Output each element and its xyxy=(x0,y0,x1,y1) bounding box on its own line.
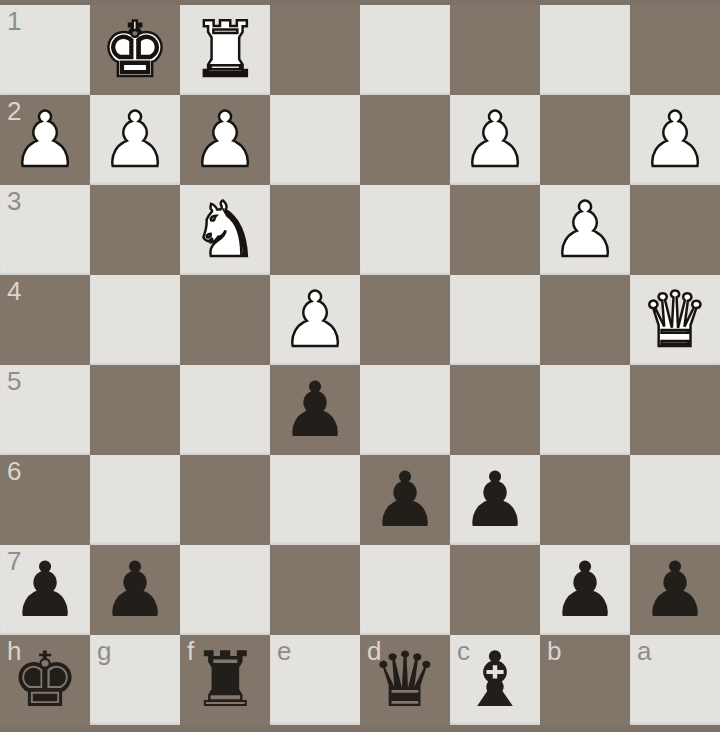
square-b1[interactable] xyxy=(540,5,630,95)
rank-label-3: 3 xyxy=(7,186,21,216)
square-f3[interactable]: ♞ xyxy=(180,185,270,275)
square-h8[interactable]: h♚ xyxy=(0,635,90,725)
square-e7[interactable] xyxy=(270,545,360,635)
piece-black-pawn-e5[interactable]: ♟ xyxy=(270,365,360,455)
piece-white-pawn-b3[interactable]: ♟ xyxy=(540,185,630,275)
square-b3[interactable]: ♟ xyxy=(540,185,630,275)
square-a7[interactable]: ♟ xyxy=(630,545,720,635)
square-h6[interactable]: 6 xyxy=(0,455,90,545)
square-a8[interactable]: a xyxy=(630,635,720,725)
rank-label-5: 5 xyxy=(7,366,21,396)
square-f1[interactable]: ♜ xyxy=(180,5,270,95)
piece-black-king-h8[interactable]: ♚ xyxy=(0,635,90,725)
square-b4[interactable] xyxy=(540,275,630,365)
square-d3[interactable] xyxy=(360,185,450,275)
square-b6[interactable] xyxy=(540,455,630,545)
rank-label-4: 4 xyxy=(7,276,21,306)
square-f7[interactable] xyxy=(180,545,270,635)
square-b2[interactable] xyxy=(540,95,630,185)
file-label-e: e xyxy=(277,636,291,666)
square-d7[interactable] xyxy=(360,545,450,635)
square-h7[interactable]: 7♟ xyxy=(0,545,90,635)
square-e6[interactable] xyxy=(270,455,360,545)
square-f2[interactable]: ♟ xyxy=(180,95,270,185)
square-g6[interactable] xyxy=(90,455,180,545)
square-g3[interactable] xyxy=(90,185,180,275)
square-c1[interactable] xyxy=(450,5,540,95)
square-h5[interactable]: 5 xyxy=(0,365,90,455)
piece-black-pawn-a7[interactable]: ♟ xyxy=(630,545,720,635)
square-g7[interactable]: ♟ xyxy=(90,545,180,635)
square-f4[interactable] xyxy=(180,275,270,365)
square-f6[interactable] xyxy=(180,455,270,545)
square-c2[interactable]: ♟ xyxy=(450,95,540,185)
rank-label-6: 6 xyxy=(7,456,21,486)
square-a5[interactable] xyxy=(630,365,720,455)
square-h1[interactable]: 1 xyxy=(0,5,90,95)
square-c6[interactable]: ♟ xyxy=(450,455,540,545)
file-label-b: b xyxy=(547,636,561,666)
square-a2[interactable]: ♟ xyxy=(630,95,720,185)
piece-black-pawn-g7[interactable]: ♟ xyxy=(90,545,180,635)
square-b7[interactable]: ♟ xyxy=(540,545,630,635)
square-g5[interactable] xyxy=(90,365,180,455)
square-g1[interactable]: ♚ xyxy=(90,5,180,95)
piece-black-bishop-c8[interactable]: ♝ xyxy=(450,635,540,725)
square-a4[interactable]: ♛ xyxy=(630,275,720,365)
square-f5[interactable] xyxy=(180,365,270,455)
square-h2[interactable]: 2♟ xyxy=(0,95,90,185)
square-g4[interactable] xyxy=(90,275,180,365)
square-f8[interactable]: f♜ xyxy=(180,635,270,725)
square-h4[interactable]: 4 xyxy=(0,275,90,365)
piece-white-rook-f1[interactable]: ♜ xyxy=(180,5,270,95)
piece-white-pawn-h2[interactable]: ♟ xyxy=(0,95,90,185)
piece-black-pawn-b7[interactable]: ♟ xyxy=(540,545,630,635)
piece-white-pawn-a2[interactable]: ♟ xyxy=(630,95,720,185)
square-a1[interactable] xyxy=(630,5,720,95)
square-e3[interactable] xyxy=(270,185,360,275)
square-a3[interactable] xyxy=(630,185,720,275)
piece-white-pawn-c2[interactable]: ♟ xyxy=(450,95,540,185)
square-e5[interactable]: ♟ xyxy=(270,365,360,455)
square-e4[interactable]: ♟ xyxy=(270,275,360,365)
piece-white-queen-a4[interactable]: ♛ xyxy=(630,275,720,365)
square-c3[interactable] xyxy=(450,185,540,275)
rank-label-1: 1 xyxy=(7,6,21,36)
square-e1[interactable] xyxy=(270,5,360,95)
square-d6[interactable]: ♟ xyxy=(360,455,450,545)
square-b5[interactable] xyxy=(540,365,630,455)
square-d5[interactable] xyxy=(360,365,450,455)
piece-white-king-g1[interactable]: ♚ xyxy=(90,5,180,95)
square-d8[interactable]: d♛ xyxy=(360,635,450,725)
piece-black-pawn-d6[interactable]: ♟ xyxy=(360,455,450,545)
square-d4[interactable] xyxy=(360,275,450,365)
square-b8[interactable]: b xyxy=(540,635,630,725)
piece-black-rook-f8[interactable]: ♜ xyxy=(180,635,270,725)
piece-white-pawn-e4[interactable]: ♟ xyxy=(270,275,360,365)
square-a6[interactable] xyxy=(630,455,720,545)
square-d2[interactable] xyxy=(360,95,450,185)
piece-white-pawn-g2[interactable]: ♟ xyxy=(90,95,180,185)
square-c8[interactable]: c♝ xyxy=(450,635,540,725)
piece-white-knight-f3[interactable]: ♞ xyxy=(180,185,270,275)
piece-black-pawn-h7[interactable]: ♟ xyxy=(0,545,90,635)
square-d1[interactable] xyxy=(360,5,450,95)
square-e2[interactable] xyxy=(270,95,360,185)
file-label-g: g xyxy=(97,636,111,666)
file-label-a: a xyxy=(637,636,651,666)
piece-white-pawn-f2[interactable]: ♟ xyxy=(180,95,270,185)
square-g2[interactable]: ♟ xyxy=(90,95,180,185)
piece-black-queen-d8[interactable]: ♛ xyxy=(360,635,450,725)
square-c4[interactable] xyxy=(450,275,540,365)
square-g8[interactable]: g xyxy=(90,635,180,725)
square-c5[interactable] xyxy=(450,365,540,455)
square-c7[interactable] xyxy=(450,545,540,635)
square-h3[interactable]: 3 xyxy=(0,185,90,275)
chess-board: 1♚♜2♟♟♟♟♟3♞♟4♟♛5♟6♟♟7♟♟♟♟h♚gf♜ed♛c♝ba xyxy=(0,5,720,725)
square-e8[interactable]: e xyxy=(270,635,360,725)
piece-black-pawn-c6[interactable]: ♟ xyxy=(450,455,540,545)
